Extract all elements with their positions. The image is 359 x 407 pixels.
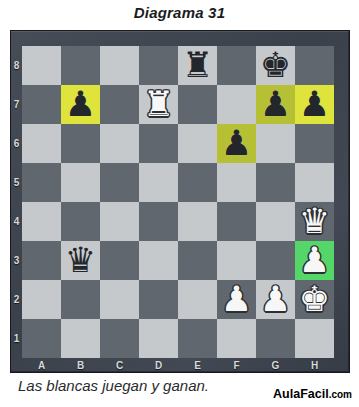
black-king-g8: ♚ bbox=[260, 46, 291, 85]
white-pawn-g2: ♟ bbox=[260, 280, 291, 319]
square-b8[interactable] bbox=[61, 46, 100, 85]
square-c2[interactable] bbox=[100, 280, 139, 319]
square-a7[interactable] bbox=[22, 85, 61, 124]
black-pawn-g7: ♟ bbox=[260, 85, 291, 124]
file-label-g: G bbox=[256, 358, 295, 372]
square-g3[interactable] bbox=[256, 241, 295, 280]
square-f1[interactable] bbox=[217, 319, 256, 358]
square-a3[interactable] bbox=[22, 241, 61, 280]
square-b2[interactable] bbox=[61, 280, 100, 319]
square-d2[interactable] bbox=[139, 280, 178, 319]
square-g6[interactable] bbox=[256, 124, 295, 163]
square-b7[interactable]: ♟ bbox=[61, 85, 100, 124]
square-a6[interactable] bbox=[22, 124, 61, 163]
file-label-b: B bbox=[61, 358, 100, 372]
caption: Las blancas juegan y ganan. bbox=[18, 377, 209, 394]
white-queen-h4: ♛ bbox=[299, 202, 330, 241]
square-d7[interactable]: ♜ bbox=[139, 85, 178, 124]
square-h2[interactable]: ♚ bbox=[295, 280, 334, 319]
square-g2[interactable]: ♟ bbox=[256, 280, 295, 319]
file-label-c: C bbox=[100, 358, 139, 372]
square-f2[interactable]: ♟ bbox=[217, 280, 256, 319]
square-e3[interactable] bbox=[178, 241, 217, 280]
file-label-e: E bbox=[178, 358, 217, 372]
square-e5[interactable] bbox=[178, 163, 217, 202]
square-g7[interactable]: ♟ bbox=[256, 85, 295, 124]
square-b4[interactable] bbox=[61, 202, 100, 241]
rank-label-7: 7 bbox=[11, 85, 22, 124]
square-b6[interactable] bbox=[61, 124, 100, 163]
square-d3[interactable] bbox=[139, 241, 178, 280]
square-h7[interactable]: ♟ bbox=[295, 85, 334, 124]
square-a2[interactable] bbox=[22, 280, 61, 319]
square-d1[interactable] bbox=[139, 319, 178, 358]
rank-label-1: 1 bbox=[11, 319, 22, 358]
square-e6[interactable] bbox=[178, 124, 217, 163]
brand-suffix: .com bbox=[329, 389, 352, 400]
square-h6[interactable] bbox=[295, 124, 334, 163]
square-b3[interactable]: ♛ bbox=[61, 241, 100, 280]
square-f7[interactable] bbox=[217, 85, 256, 124]
square-a8[interactable] bbox=[22, 46, 61, 85]
square-f5[interactable] bbox=[217, 163, 256, 202]
square-g8[interactable]: ♚ bbox=[256, 46, 295, 85]
black-pawn-h7: ♟ bbox=[299, 85, 330, 124]
file-label-h: H bbox=[295, 358, 334, 372]
white-rook-d7: ♜ bbox=[143, 85, 174, 124]
square-h5[interactable] bbox=[295, 163, 334, 202]
square-e7[interactable] bbox=[178, 85, 217, 124]
square-g1[interactable] bbox=[256, 319, 295, 358]
square-e8[interactable]: ♜ bbox=[178, 46, 217, 85]
square-e4[interactable] bbox=[178, 202, 217, 241]
rank-label-8: 8 bbox=[11, 46, 22, 85]
square-d8[interactable] bbox=[139, 46, 178, 85]
square-f8[interactable] bbox=[217, 46, 256, 85]
white-king-h2: ♚ bbox=[299, 280, 330, 319]
square-h4[interactable]: ♛ bbox=[295, 202, 334, 241]
square-a4[interactable] bbox=[22, 202, 61, 241]
square-c6[interactable] bbox=[100, 124, 139, 163]
square-f4[interactable] bbox=[217, 202, 256, 241]
square-c1[interactable] bbox=[100, 319, 139, 358]
square-c5[interactable] bbox=[100, 163, 139, 202]
square-f3[interactable] bbox=[217, 241, 256, 280]
rank-label-6: 6 bbox=[11, 124, 22, 163]
square-d4[interactable] bbox=[139, 202, 178, 241]
square-c3[interactable] bbox=[100, 241, 139, 280]
square-h1[interactable] bbox=[295, 319, 334, 358]
file-label-f: F bbox=[217, 358, 256, 372]
black-pawn-f6: ♟ bbox=[221, 124, 252, 163]
brand-logo: AulaFacil.com bbox=[273, 384, 352, 402]
rank-label-2: 2 bbox=[11, 280, 22, 319]
rank-label-3: 3 bbox=[11, 241, 22, 280]
rank-label-5: 5 bbox=[11, 163, 22, 202]
square-d5[interactable] bbox=[139, 163, 178, 202]
square-c4[interactable] bbox=[100, 202, 139, 241]
file-label-a: A bbox=[22, 358, 61, 372]
chess-board: 87654321ABCDEFGH♜♚♟♜♟♟♟♛♛♟♟♟♚ bbox=[10, 30, 350, 373]
square-g4[interactable] bbox=[256, 202, 295, 241]
square-h8[interactable] bbox=[295, 46, 334, 85]
square-c7[interactable] bbox=[100, 85, 139, 124]
square-g5[interactable] bbox=[256, 163, 295, 202]
square-h3[interactable]: ♟ bbox=[295, 241, 334, 280]
square-d6[interactable] bbox=[139, 124, 178, 163]
white-pawn-f2: ♟ bbox=[221, 280, 252, 319]
square-b5[interactable] bbox=[61, 163, 100, 202]
brand-name: AulaFacil bbox=[273, 387, 329, 401]
square-c8[interactable] bbox=[100, 46, 139, 85]
square-e1[interactable] bbox=[178, 319, 217, 358]
square-a5[interactable] bbox=[22, 163, 61, 202]
square-f6[interactable]: ♟ bbox=[217, 124, 256, 163]
file-label-d: D bbox=[139, 358, 178, 372]
diagram-title: Diagrama 31 bbox=[0, 4, 359, 21]
black-pawn-b7: ♟ bbox=[65, 85, 96, 124]
black-rook-e8: ♜ bbox=[182, 46, 213, 85]
square-b1[interactable] bbox=[61, 319, 100, 358]
white-pawn-h3: ♟ bbox=[299, 241, 330, 280]
black-queen-b3: ♛ bbox=[65, 241, 96, 280]
square-e2[interactable] bbox=[178, 280, 217, 319]
square-a1[interactable] bbox=[22, 319, 61, 358]
rank-label-4: 4 bbox=[11, 202, 22, 241]
